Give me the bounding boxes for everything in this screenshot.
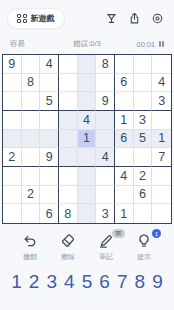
cell-r4c3[interactable]	[40, 111, 59, 130]
notes-label: 筆記	[99, 252, 113, 262]
cell-r7c9[interactable]	[152, 167, 171, 186]
cell-r5c9[interactable]: 1	[152, 130, 171, 149]
cell-r2c5[interactable]	[78, 74, 97, 93]
numpad-4[interactable]: 4	[62, 271, 77, 293]
cell-r9c6[interactable]: 3	[96, 204, 115, 223]
sudoku-board: 9488645934131651294742266831	[2, 54, 172, 224]
cell-r9c8[interactable]	[134, 204, 153, 223]
cell-r6c9[interactable]: 7	[152, 148, 171, 167]
numpad-6[interactable]: 6	[97, 271, 112, 293]
difficulty-label: 容易	[10, 39, 61, 49]
cell-r6c2[interactable]	[22, 148, 41, 167]
numpad: 1 2 3 4 5 6 7 8 9	[0, 262, 174, 293]
numpad-7[interactable]: 7	[115, 271, 130, 293]
cell-r1c5[interactable]	[78, 55, 97, 74]
cell-r3c4[interactable]	[59, 92, 78, 111]
cell-r3c5[interactable]	[78, 92, 97, 111]
cell-r5c1[interactable]	[3, 130, 22, 149]
cell-r1c2[interactable]	[22, 55, 41, 74]
cell-r6c6[interactable]: 4	[96, 148, 115, 167]
undo-button[interactable]: 撤銷	[16, 233, 44, 262]
numpad-2[interactable]: 2	[27, 271, 42, 293]
undo-icon	[22, 233, 38, 249]
settings-icon[interactable]	[151, 12, 164, 25]
cell-r7c3[interactable]	[40, 167, 59, 186]
cell-r8c4[interactable]	[59, 186, 78, 205]
cell-r9c3[interactable]: 6	[40, 204, 59, 223]
cell-r1c7[interactable]	[115, 55, 134, 74]
cell-r5c3[interactable]	[40, 130, 59, 149]
cell-r1c6[interactable]: 8	[96, 55, 115, 74]
cell-r5c4[interactable]	[59, 130, 78, 149]
notes-badge: 關	[112, 229, 126, 238]
cell-r2c3[interactable]	[40, 74, 59, 93]
cell-r1c9[interactable]	[152, 55, 171, 74]
cell-r8c2[interactable]: 2	[22, 186, 41, 205]
cell-r1c1[interactable]: 9	[3, 55, 22, 74]
cell-r6c1[interactable]: 2	[3, 148, 22, 167]
cell-r5c2[interactable]	[22, 130, 41, 149]
undo-label: 撤銷	[23, 252, 37, 262]
new-game-button[interactable]: 新遊戲	[7, 8, 65, 29]
cell-r2c9[interactable]: 4	[152, 74, 171, 93]
cell-r4c5[interactable]: 4	[78, 111, 97, 130]
new-game-label: 新遊戲	[31, 13, 55, 24]
mistakes-counter: 錯誤:0/3	[61, 39, 112, 49]
cell-r8c5[interactable]	[78, 186, 97, 205]
cell-r9c5[interactable]	[78, 204, 97, 223]
hint-button[interactable]: 1 提示	[130, 233, 158, 262]
cell-r4c1[interactable]	[3, 111, 22, 130]
toolbar: 撤銷 擦除 關 筆記 1 提示	[0, 224, 174, 262]
cell-r9c9[interactable]	[152, 204, 171, 223]
cell-r6c3[interactable]: 9	[40, 148, 59, 167]
cell-r2c2[interactable]: 8	[22, 74, 41, 93]
cell-r8c1[interactable]	[3, 186, 22, 205]
cell-r8c9[interactable]	[152, 186, 171, 205]
erase-label: 擦除	[61, 252, 75, 262]
bulb-icon	[136, 233, 152, 249]
cell-r9c2[interactable]	[22, 204, 41, 223]
numpad-9[interactable]: 9	[150, 271, 165, 293]
cell-r6c7[interactable]	[115, 148, 134, 167]
hint-label: 提示	[137, 252, 151, 262]
top-bar: 新遊戲	[0, 0, 174, 29]
grid-icon	[17, 14, 27, 24]
hint-badge: 1	[152, 229, 161, 238]
cell-r3c1[interactable]	[3, 92, 22, 111]
cell-r8c6[interactable]	[96, 186, 115, 205]
cell-r3c6[interactable]: 9	[96, 92, 115, 111]
pause-icon[interactable]	[159, 41, 164, 47]
cell-r4c4[interactable]	[59, 111, 78, 130]
numpad-1[interactable]: 1	[9, 271, 24, 293]
share-icon[interactable]	[128, 12, 141, 25]
cell-r4c7[interactable]: 1	[115, 111, 134, 130]
cell-r4c2[interactable]	[22, 111, 41, 130]
cell-r3c3[interactable]: 5	[40, 92, 59, 111]
status-bar: 容易 錯誤:0/3 00:01	[0, 29, 174, 49]
cell-r8c8[interactable]: 6	[134, 186, 153, 205]
numpad-8[interactable]: 8	[132, 271, 147, 293]
cell-r7c1[interactable]	[3, 167, 22, 186]
cell-r3c9[interactable]: 3	[152, 92, 171, 111]
cell-r8c7[interactable]	[115, 186, 134, 205]
numpad-3[interactable]: 3	[44, 271, 59, 293]
cell-r2c4[interactable]	[59, 74, 78, 93]
cell-r5c5[interactable]: 1	[78, 130, 97, 149]
cell-r7c2[interactable]	[22, 167, 41, 186]
cell-r7c6[interactable]	[96, 167, 115, 186]
cell-r5c6[interactable]	[96, 130, 115, 149]
cell-r5c8[interactable]: 5	[134, 130, 153, 149]
numpad-5[interactable]: 5	[80, 271, 95, 293]
cell-r9c4[interactable]: 8	[59, 204, 78, 223]
notes-button[interactable]: 關 筆記	[92, 233, 120, 262]
cell-r6c8[interactable]	[134, 148, 153, 167]
cell-r3c8[interactable]	[134, 92, 153, 111]
cell-r4c9[interactable]	[152, 111, 171, 130]
cell-r5c7[interactable]: 6	[115, 130, 134, 149]
cell-r7c7[interactable]: 4	[115, 167, 134, 186]
cell-r9c7[interactable]: 1	[115, 204, 134, 223]
timer: 00:01	[137, 40, 156, 49]
cell-r7c5[interactable]	[78, 167, 97, 186]
cell-r2c7[interactable]: 6	[115, 74, 134, 93]
eraser-icon	[60, 233, 76, 249]
cell-r8c3[interactable]	[40, 186, 59, 205]
cell-r2c6[interactable]	[96, 74, 115, 93]
cell-r9c1[interactable]	[3, 204, 22, 223]
cell-r3c2[interactable]	[22, 92, 41, 111]
cell-r1c4[interactable]	[59, 55, 78, 74]
cell-r1c3[interactable]: 4	[40, 55, 59, 74]
cell-r7c4[interactable]	[59, 167, 78, 186]
cell-r2c1[interactable]	[3, 74, 22, 93]
cell-r6c4[interactable]	[59, 148, 78, 167]
trophy-icon[interactable]	[105, 12, 118, 25]
cell-r2c8[interactable]	[134, 74, 153, 93]
cell-r4c6[interactable]	[96, 111, 115, 130]
cell-r3c7[interactable]	[115, 92, 134, 111]
cell-r6c5[interactable]	[78, 148, 97, 167]
erase-button[interactable]: 擦除	[54, 233, 82, 262]
cell-r7c8[interactable]: 2	[134, 167, 153, 186]
cell-r1c8[interactable]	[134, 55, 153, 74]
cell-r4c8[interactable]: 3	[134, 111, 153, 130]
